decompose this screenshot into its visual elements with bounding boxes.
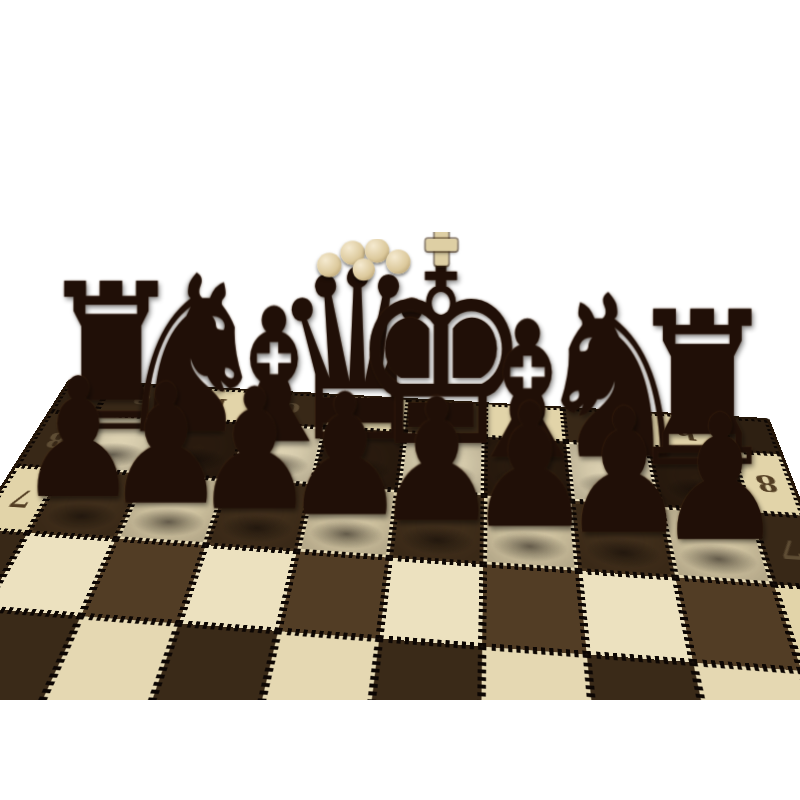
square-e5 bbox=[367, 639, 482, 700]
square-f6 bbox=[482, 564, 587, 654]
chess-board: abcdefgh8♜♞♝♛♚♝♞♜87♟♟♟♟♟♟♟♟7665544332211… bbox=[0, 379, 800, 700]
square-e6 bbox=[379, 558, 483, 647]
square-f5 bbox=[481, 646, 597, 700]
square-c6 bbox=[179, 545, 297, 631]
pawn-glyph: ♟ bbox=[656, 392, 784, 566]
product-photo-page: { "game": "chess", "scene": "overhead-an… bbox=[0, 0, 800, 800]
square-d6 bbox=[278, 551, 389, 638]
piece-black-pawn-h7: ♟ bbox=[596, 392, 800, 566]
photo-area: abcdefgh8♜♞♝♛♚♝♞♜87♟♟♟♟♟♟♟♟7665544332211… bbox=[0, 0, 800, 700]
square-h7: ♟ bbox=[661, 507, 774, 585]
